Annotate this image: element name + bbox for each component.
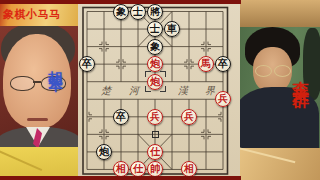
glasses-icon [41, 76, 66, 91]
title-banner: 象棋小马马 [0, 3, 78, 26]
background-figure [303, 28, 320, 100]
bottom-red-border [0, 176, 241, 180]
piece-black-f3r7: 卒 [113, 109, 129, 125]
piece-black-f5r1: 將 [147, 4, 163, 20]
video-frame: 胡荣华 象棋小马马 李来群 楚河 漢界 象士將士車象卒炮馬卒炮兵卒兵兵炮仕相仕帥… [0, 0, 320, 180]
top-red-border [0, 0, 241, 4]
piece-red-f5r5: 炮 [147, 74, 163, 90]
glasses-bridge [33, 81, 41, 83]
piece-red-f5r7: 兵 [147, 109, 163, 125]
left-table [0, 147, 78, 177]
left-player-mouth [27, 118, 48, 121]
xiangqi-board: 楚河 漢界 象士將士車象卒炮馬卒炮兵卒兵兵炮仕相仕帥相 [78, 3, 240, 177]
glasses-icon [10, 76, 35, 91]
piece-black-f5r3: 象 [147, 39, 163, 55]
piece-black-f2r9: 炮 [96, 144, 112, 160]
piece-red-f7r7: 兵 [181, 109, 197, 125]
left-player-name: 胡荣华 [46, 60, 64, 69]
right-player-name: 李来群 [289, 67, 312, 82]
last-move-origin-marker [152, 131, 159, 138]
piece-black-f5r2: 士 [147, 21, 163, 37]
left-player-photo: 胡荣华 象棋小马马 [0, 0, 78, 180]
piece-black-f4r1: 士 [130, 4, 146, 20]
right-table [240, 148, 320, 180]
channel-title: 象棋小马马 [3, 7, 61, 22]
piece-black-f3r1: 象 [113, 4, 129, 20]
piece-black-f6r2: 車 [164, 21, 180, 37]
glasses-icon [255, 65, 272, 77]
right-player-photo: 李来群 [240, 0, 320, 180]
piece-red-f5r9: 仕 [147, 144, 163, 160]
wood-shelf [240, 0, 320, 27]
right-player-shirt [240, 87, 319, 153]
